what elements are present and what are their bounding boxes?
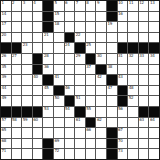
cell-r4c6[interactable]: 24	[65, 43, 75, 53]
cell-r6c5[interactable]	[54, 65, 64, 75]
cell-r5c0[interactable]: 26	[1, 54, 11, 64]
clue-number-64: 64	[150, 118, 155, 122]
clue-number-42: 42	[97, 75, 102, 79]
cell-r2c2[interactable]	[22, 22, 32, 32]
cell-r11c0[interactable]: 57	[1, 118, 11, 128]
cell-r12c11[interactable]: 67	[118, 128, 128, 138]
cell-r12c2[interactable]	[22, 128, 32, 138]
cell-r1c2[interactable]	[22, 12, 32, 22]
clue-number-49: 49	[2, 96, 7, 100]
cell-r11c10[interactable]	[107, 118, 117, 128]
cell-r5c11[interactable]: 31	[118, 54, 128, 64]
cell-r10c4[interactable]: 53	[43, 107, 53, 117]
cell-r0c6[interactable]: 6	[65, 1, 75, 11]
black-cell-r11c8	[86, 118, 96, 128]
cell-r11c9[interactable]: 62	[96, 118, 106, 128]
clue-number-30: 30	[97, 54, 102, 58]
clue-number-51: 51	[76, 96, 81, 100]
cell-r2c3[interactable]	[33, 22, 43, 32]
cell-r6c11[interactable]	[118, 65, 128, 75]
cell-r4c9[interactable]	[96, 43, 106, 53]
black-cell-r12c10	[107, 128, 117, 138]
clue-number-1: 1	[2, 1, 4, 5]
cell-r2c11[interactable]	[118, 22, 128, 32]
black-cell-r5c8	[86, 54, 96, 64]
cell-r13c1[interactable]	[12, 139, 22, 149]
cell-r13c6[interactable]	[65, 139, 75, 149]
clue-number-28: 28	[44, 54, 49, 58]
cell-r13c3[interactable]	[33, 139, 43, 149]
cell-r5c14[interactable]: 34	[149, 54, 159, 64]
clue-number-61: 61	[76, 118, 81, 122]
cell-r8c9[interactable]	[96, 86, 106, 96]
clue-number-63: 63	[139, 118, 144, 122]
black-cell-r4c0	[1, 43, 11, 53]
cell-r6c13[interactable]	[139, 65, 149, 75]
black-cell-r4c1	[12, 43, 22, 53]
cell-r2c6[interactable]	[65, 22, 75, 32]
cell-r8c8[interactable]	[86, 86, 96, 96]
cell-r6c0[interactable]: 35	[1, 65, 11, 75]
cell-r6c10[interactable]: 38	[107, 65, 117, 75]
black-cell-r0c4	[43, 1, 53, 11]
cell-r0c0[interactable]: 1	[1, 1, 11, 11]
cell-r14c6[interactable]	[65, 149, 75, 159]
cell-r6c6[interactable]	[65, 65, 75, 75]
clue-number-33: 33	[139, 54, 144, 58]
cell-r8c14[interactable]	[149, 86, 159, 96]
cell-r2c8[interactable]	[86, 22, 96, 32]
clue-number-31: 31	[118, 54, 123, 58]
cell-r3c10[interactable]	[107, 33, 117, 43]
clue-number-19: 19	[108, 22, 113, 26]
cell-r6c4[interactable]: 36	[43, 65, 53, 75]
cell-r7c11[interactable]: 43	[118, 75, 128, 85]
clue-number-47: 47	[108, 86, 113, 90]
clue-number-69: 69	[55, 139, 60, 143]
cell-r11c4[interactable]	[43, 118, 53, 128]
cell-r0c3[interactable]: 4	[33, 1, 43, 11]
clue-number-7: 7	[76, 1, 78, 5]
cell-r9c5[interactable]: 50	[54, 96, 64, 106]
black-cell-r10c7	[75, 107, 85, 117]
cell-r1c0[interactable]: 14	[1, 12, 11, 22]
cell-r3c11[interactable]	[118, 33, 128, 43]
cell-r7c13[interactable]	[139, 75, 149, 85]
cell-r5c4[interactable]: 28	[43, 54, 53, 64]
cell-r7c7[interactable]	[75, 75, 85, 85]
black-cell-r1c10	[107, 12, 117, 22]
cell-r0c7[interactable]: 7	[75, 1, 85, 11]
black-cell-r10c0	[1, 107, 11, 117]
cell-r11c2[interactable]: 59	[22, 118, 32, 128]
cell-r7c5[interactable]: 41	[54, 75, 64, 85]
cell-r9c9[interactable]	[96, 96, 106, 106]
clue-number-18: 18	[55, 22, 60, 26]
cell-r13c14[interactable]	[149, 139, 159, 149]
cell-r11c5[interactable]	[54, 118, 64, 128]
cell-r1c6[interactable]	[65, 12, 75, 22]
clue-number-6: 6	[65, 1, 67, 5]
cell-r14c0[interactable]: 71	[1, 149, 11, 159]
black-cell-r4c7	[75, 43, 85, 53]
clue-number-14: 14	[2, 12, 7, 16]
clue-number-38: 38	[108, 65, 113, 69]
cell-r14c2[interactable]	[22, 149, 32, 159]
cell-r8c1[interactable]	[12, 86, 22, 96]
cell-r14c7[interactable]	[75, 149, 85, 159]
crossword-grid: 1234567891011121314151617181920212223242…	[0, 0, 160, 160]
cell-r3c2[interactable]	[22, 33, 32, 43]
black-cell-r10c2	[22, 107, 32, 117]
clue-number-72: 72	[55, 149, 60, 153]
cell-r7c9[interactable]: 42	[96, 75, 106, 85]
cell-r9c8[interactable]	[86, 96, 96, 106]
clue-number-46: 46	[65, 86, 70, 90]
cell-r1c1[interactable]	[12, 12, 22, 22]
clue-number-35: 35	[2, 65, 7, 69]
cell-r8c12[interactable]: 48	[128, 86, 138, 96]
cell-r4c5[interactable]	[54, 43, 64, 53]
clue-number-43: 43	[118, 75, 123, 79]
cell-r3c1[interactable]	[12, 33, 22, 43]
cell-r11c1[interactable]: 58	[12, 118, 22, 128]
cell-r8c0[interactable]: 44	[1, 86, 11, 96]
black-cell-r7c4	[43, 75, 53, 85]
clue-number-57: 57	[2, 118, 7, 122]
black-cell-r10c14	[149, 107, 159, 117]
cell-r1c11[interactable]: 16	[118, 12, 128, 22]
cell-r12c8[interactable]: 66	[86, 128, 96, 138]
black-cell-r1c4	[43, 12, 53, 22]
cell-r7c2[interactable]	[22, 75, 32, 85]
cell-r14c11[interactable]: 73	[118, 149, 128, 159]
cell-r3c7[interactable]: 22	[75, 33, 85, 43]
clue-number-3: 3	[23, 1, 25, 5]
clue-number-20: 20	[2, 33, 7, 37]
cell-r5c1[interactable]: 27	[12, 54, 22, 64]
clue-number-73: 73	[118, 149, 123, 153]
cell-r9c13[interactable]	[139, 96, 149, 106]
clue-number-60: 60	[33, 118, 38, 122]
black-cell-r14c4	[43, 149, 53, 159]
clue-number-39: 39	[2, 75, 7, 79]
cell-r2c1[interactable]	[12, 22, 22, 32]
cell-r0c1[interactable]: 2	[12, 1, 22, 11]
cell-r12c12[interactable]	[128, 128, 138, 138]
cell-r0c14[interactable]: 13	[149, 1, 159, 11]
cell-r2c0[interactable]: 17	[1, 22, 11, 32]
cell-r3c5[interactable]	[54, 33, 64, 43]
cell-r8c2[interactable]	[22, 86, 32, 96]
cell-r12c14[interactable]	[149, 128, 159, 138]
cell-r13c0[interactable]: 68	[1, 139, 11, 149]
clue-number-10: 10	[118, 1, 123, 5]
clue-number-5: 5	[55, 1, 57, 5]
cell-r0c13[interactable]: 12	[139, 1, 149, 11]
black-cell-r7c10	[107, 75, 117, 85]
cell-r7c12[interactable]	[128, 75, 138, 85]
black-cell-r13c4	[43, 139, 53, 149]
clue-number-13: 13	[150, 1, 155, 5]
cell-r10c5[interactable]	[54, 107, 64, 117]
cell-r0c8[interactable]: 8	[86, 1, 96, 11]
black-cell-r14c10	[107, 149, 117, 159]
black-cell-r10c3	[33, 107, 43, 117]
cell-r13c7[interactable]	[75, 139, 85, 149]
cell-r10c8[interactable]: 55	[86, 107, 96, 117]
cell-r8c6[interactable]: 46	[65, 86, 75, 96]
black-cell-r8c11	[118, 86, 128, 96]
cell-r7c8[interactable]	[86, 75, 96, 85]
clue-number-66: 66	[86, 128, 91, 132]
cell-r1c8[interactable]	[86, 12, 96, 22]
clue-number-37: 37	[86, 65, 91, 69]
cell-r12c9[interactable]	[96, 128, 106, 138]
cell-r5c5[interactable]	[54, 54, 64, 64]
cell-r12c7[interactable]	[75, 128, 85, 138]
cell-r9c12[interactable]: 52	[128, 96, 138, 106]
cell-r14c1[interactable]	[12, 149, 22, 159]
cell-r12c4[interactable]	[43, 128, 53, 138]
cell-r6c2[interactable]	[22, 65, 32, 75]
clue-number-24: 24	[65, 43, 70, 47]
cell-r9c1[interactable]	[12, 96, 22, 106]
cell-r11c13[interactable]: 63	[139, 118, 149, 128]
cell-r0c12[interactable]: 11	[128, 1, 138, 11]
black-cell-r6c9	[96, 65, 106, 75]
cell-r6c8[interactable]: 37	[86, 65, 96, 75]
cell-r9c0[interactable]: 49	[1, 96, 11, 106]
cell-r9c7[interactable]: 51	[75, 96, 85, 106]
black-cell-r3c6	[65, 33, 75, 43]
cell-r12c3[interactable]	[33, 128, 43, 138]
clue-number-27: 27	[12, 54, 17, 58]
cell-r14c5[interactable]: 72	[54, 149, 64, 159]
black-cell-r9c6	[65, 96, 75, 106]
cell-r8c4[interactable]: 45	[43, 86, 53, 96]
clue-number-59: 59	[23, 118, 28, 122]
cell-r10c11[interactable]: 56	[118, 107, 128, 117]
black-cell-r4c14	[149, 43, 159, 53]
clue-number-71: 71	[2, 149, 7, 153]
clue-number-11: 11	[129, 1, 134, 5]
black-cell-r4c12	[128, 43, 138, 53]
cell-r14c8[interactable]	[86, 149, 96, 159]
cell-r6c7[interactable]	[75, 65, 85, 75]
black-cell-r0c10	[107, 1, 117, 11]
clue-number-32: 32	[129, 54, 134, 58]
cell-r13c12[interactable]	[128, 139, 138, 149]
cell-r5c9[interactable]: 30	[96, 54, 106, 64]
black-cell-r10c1	[12, 107, 22, 117]
clue-number-12: 12	[139, 1, 144, 5]
clue-number-25: 25	[86, 43, 91, 47]
clue-number-17: 17	[2, 22, 7, 26]
clue-number-45: 45	[44, 86, 49, 90]
cell-r3c0[interactable]: 20	[1, 33, 11, 43]
cell-r3c8[interactable]	[86, 33, 96, 43]
cell-r14c9[interactable]	[96, 149, 106, 159]
cell-r2c5[interactable]: 18	[54, 22, 64, 32]
cell-r4c8[interactable]: 25	[86, 43, 96, 53]
cell-r14c12[interactable]	[128, 149, 138, 159]
black-cell-r2c4	[43, 22, 53, 32]
cell-r7c1[interactable]	[12, 75, 22, 85]
cell-r13c2[interactable]	[22, 139, 32, 149]
cell-r1c5[interactable]: 15	[54, 12, 64, 22]
cell-r1c13[interactable]	[139, 12, 149, 22]
clue-number-29: 29	[76, 54, 81, 58]
cell-r14c14[interactable]	[149, 149, 159, 159]
black-cell-r4c11	[118, 43, 128, 53]
cell-r14c13[interactable]	[139, 149, 149, 159]
cell-r4c2[interactable]: 23	[22, 43, 32, 53]
cell-r12c6[interactable]	[65, 128, 75, 138]
cell-r3c13[interactable]	[139, 33, 149, 43]
cell-r13c8[interactable]	[86, 139, 96, 149]
cell-r3c14[interactable]	[149, 33, 159, 43]
cell-r5c7[interactable]: 29	[75, 54, 85, 64]
cell-r6c14[interactable]	[149, 65, 159, 75]
cell-r4c3[interactable]	[33, 43, 43, 53]
cell-r13c5[interactable]: 69	[54, 139, 64, 149]
cell-r13c9[interactable]	[96, 139, 106, 149]
cell-r14c3[interactable]	[33, 149, 43, 159]
clue-number-22: 22	[76, 33, 81, 37]
cell-r8c10[interactable]: 47	[107, 86, 117, 96]
cell-r10c6[interactable]: 54	[65, 107, 75, 117]
cell-r0c2[interactable]: 3	[22, 1, 32, 11]
cell-r12c1[interactable]	[12, 128, 22, 138]
cell-r10c12[interactable]	[128, 107, 138, 117]
cell-r5c13[interactable]: 33	[139, 54, 149, 64]
cell-r7c3[interactable]: 40	[33, 75, 43, 85]
cell-r11c14[interactable]: 64	[149, 118, 159, 128]
clue-number-8: 8	[86, 1, 88, 5]
cell-r10c9[interactable]	[96, 107, 106, 117]
clue-number-36: 36	[44, 65, 49, 69]
clue-number-65: 65	[2, 128, 7, 132]
clue-number-41: 41	[55, 75, 60, 79]
cell-r2c10[interactable]: 19	[107, 22, 117, 32]
cell-r6c1[interactable]	[12, 65, 22, 75]
black-cell-r10c13	[139, 107, 149, 117]
cell-r1c9[interactable]	[96, 12, 106, 22]
clue-number-52: 52	[129, 96, 134, 100]
clue-number-44: 44	[2, 86, 7, 90]
clue-number-16: 16	[118, 12, 123, 16]
clue-number-48: 48	[129, 86, 134, 90]
cell-r0c11[interactable]: 10	[118, 1, 128, 11]
clue-number-50: 50	[55, 96, 60, 100]
clue-number-15: 15	[55, 12, 60, 16]
clue-number-21: 21	[44, 33, 49, 37]
clue-number-4: 4	[33, 1, 35, 5]
clue-number-34: 34	[150, 54, 155, 58]
cell-r5c6[interactable]	[65, 54, 75, 64]
clue-number-40: 40	[33, 75, 38, 79]
cell-r6c12[interactable]	[128, 65, 138, 75]
cell-r2c7[interactable]	[75, 22, 85, 32]
cell-r7c14[interactable]	[149, 75, 159, 85]
cell-r2c14[interactable]	[149, 22, 159, 32]
cell-r9c2[interactable]	[22, 96, 32, 106]
cell-r0c9[interactable]: 9	[96, 1, 106, 11]
clue-number-26: 26	[2, 54, 7, 58]
clue-number-55: 55	[86, 107, 91, 111]
clue-number-62: 62	[97, 118, 102, 122]
cell-r1c14[interactable]	[149, 12, 159, 22]
cell-r2c9[interactable]	[96, 22, 106, 32]
clue-number-23: 23	[23, 43, 28, 47]
clue-number-67: 67	[118, 128, 123, 132]
cell-r4c10[interactable]	[107, 43, 117, 53]
cell-r8c3[interactable]	[33, 86, 43, 96]
cell-r5c2[interactable]	[22, 54, 32, 64]
clue-number-2: 2	[12, 1, 14, 5]
cell-r3c3[interactable]	[33, 33, 43, 43]
cell-r11c7[interactable]: 61	[75, 118, 85, 128]
cell-r9c4[interactable]	[43, 96, 53, 106]
cell-r8c7[interactable]	[75, 86, 85, 96]
cell-r9c3[interactable]	[33, 96, 43, 106]
clue-number-68: 68	[2, 139, 7, 143]
cell-r12c13[interactable]	[139, 128, 149, 138]
cell-r5c10[interactable]	[107, 54, 117, 64]
cell-r4c4[interactable]	[43, 43, 53, 53]
cell-r7c0[interactable]: 39	[1, 75, 11, 85]
cell-r1c12[interactable]	[128, 12, 138, 22]
cell-r0c5[interactable]: 5	[54, 1, 64, 11]
cell-r11c12[interactable]	[128, 118, 138, 128]
black-cell-r9c11	[118, 96, 128, 106]
cell-r2c12[interactable]	[128, 22, 138, 32]
cell-r3c12[interactable]	[128, 33, 138, 43]
cell-r12c5[interactable]	[54, 128, 64, 138]
cell-r11c6[interactable]	[65, 118, 75, 128]
clue-number-53: 53	[44, 107, 49, 111]
cell-r9c10[interactable]	[107, 96, 117, 106]
cell-r11c11[interactable]	[118, 118, 128, 128]
cell-r7c6[interactable]	[65, 75, 75, 85]
cell-r11c3[interactable]: 60	[33, 118, 43, 128]
cell-r9c14[interactable]	[149, 96, 159, 106]
cell-r1c7[interactable]	[75, 12, 85, 22]
cell-r13c11[interactable]: 70	[118, 139, 128, 149]
black-cell-r5c3	[33, 54, 43, 64]
cell-r8c13[interactable]	[139, 86, 149, 96]
cell-r10c10[interactable]	[107, 107, 117, 117]
clue-number-54: 54	[65, 107, 70, 111]
cell-r1c3[interactable]	[33, 12, 43, 22]
cell-r13c13[interactable]	[139, 139, 149, 149]
clue-number-56: 56	[118, 107, 123, 111]
clue-number-9: 9	[97, 1, 99, 5]
black-cell-r13c10	[107, 139, 117, 149]
black-cell-r4c13	[139, 43, 149, 53]
clue-number-58: 58	[12, 118, 17, 122]
cell-r3c4[interactable]: 21	[43, 33, 53, 43]
clue-number-70: 70	[118, 139, 123, 143]
cell-r12c0[interactable]: 65	[1, 128, 11, 138]
cell-r3c9[interactable]	[96, 33, 106, 43]
black-cell-r8c5	[54, 86, 64, 96]
cell-r5c12[interactable]: 32	[128, 54, 138, 64]
black-cell-r6c3	[33, 65, 43, 75]
cell-r2c13[interactable]	[139, 22, 149, 32]
